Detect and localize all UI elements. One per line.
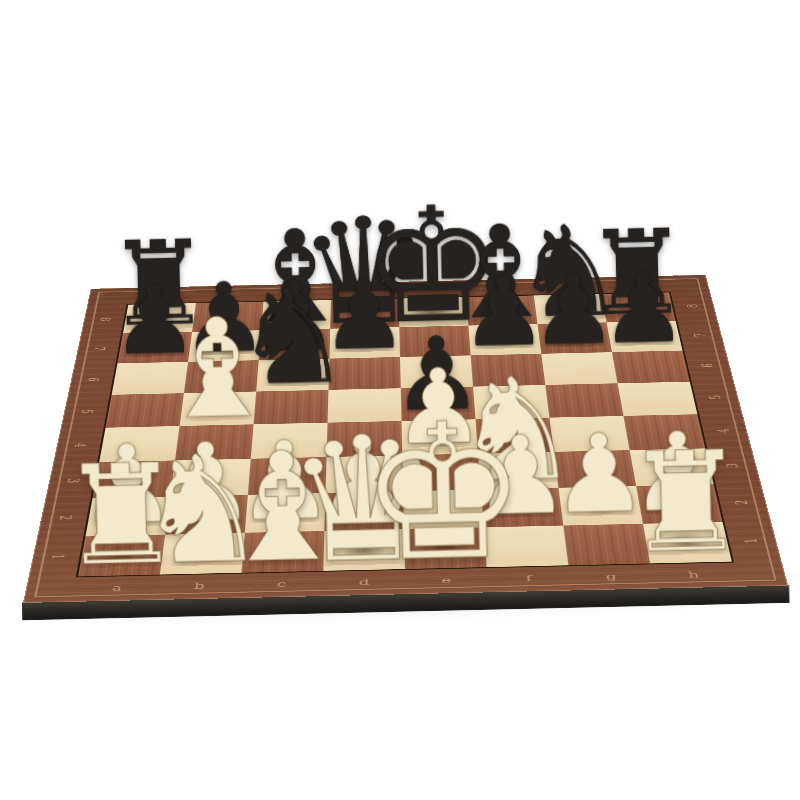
square-d7[interactable] xyxy=(329,327,400,358)
square-d8[interactable] xyxy=(330,299,399,329)
square-e8[interactable] xyxy=(399,297,469,327)
square-a6[interactable] xyxy=(112,362,188,395)
rook-glyph: ♜ xyxy=(623,433,749,573)
square-c7[interactable] xyxy=(259,329,331,361)
square-b8[interactable] xyxy=(192,302,263,332)
chessboard[interactable]: abcdefgh 87654321 87654321 ♜♝♛♚♝♞♜♟♟♟♟♟♟… xyxy=(23,275,788,603)
scene: abcdefgh 87654321 87654321 ♜♝♛♚♝♞♜♟♟♟♟♟♟… xyxy=(0,0,800,800)
rank-label-right-7: 7 xyxy=(676,320,725,351)
rank-label-left-6: 6 xyxy=(69,363,118,395)
square-a8[interactable] xyxy=(123,303,196,333)
square-h8[interactable] xyxy=(601,292,675,322)
square-h6[interactable] xyxy=(612,351,690,384)
square-h7[interactable] xyxy=(607,321,683,352)
square-f8[interactable] xyxy=(466,295,537,325)
rank-label-left-7: 7 xyxy=(75,333,123,364)
rank-label-right-6: 6 xyxy=(683,350,733,382)
chessboard-photo: abcdefgh 87654321 87654321 ♜♝♛♚♝♞♜♟♟♟♟♟♟… xyxy=(0,0,800,800)
square-b7[interactable] xyxy=(188,330,261,362)
square-a7[interactable] xyxy=(117,332,192,364)
square-c6[interactable] xyxy=(256,359,329,392)
square-b6[interactable] xyxy=(184,360,259,393)
rank-label-right-8: 8 xyxy=(669,291,717,320)
square-g8[interactable] xyxy=(534,294,607,324)
rank-label-left-8: 8 xyxy=(82,305,128,335)
square-c8[interactable] xyxy=(261,300,331,330)
